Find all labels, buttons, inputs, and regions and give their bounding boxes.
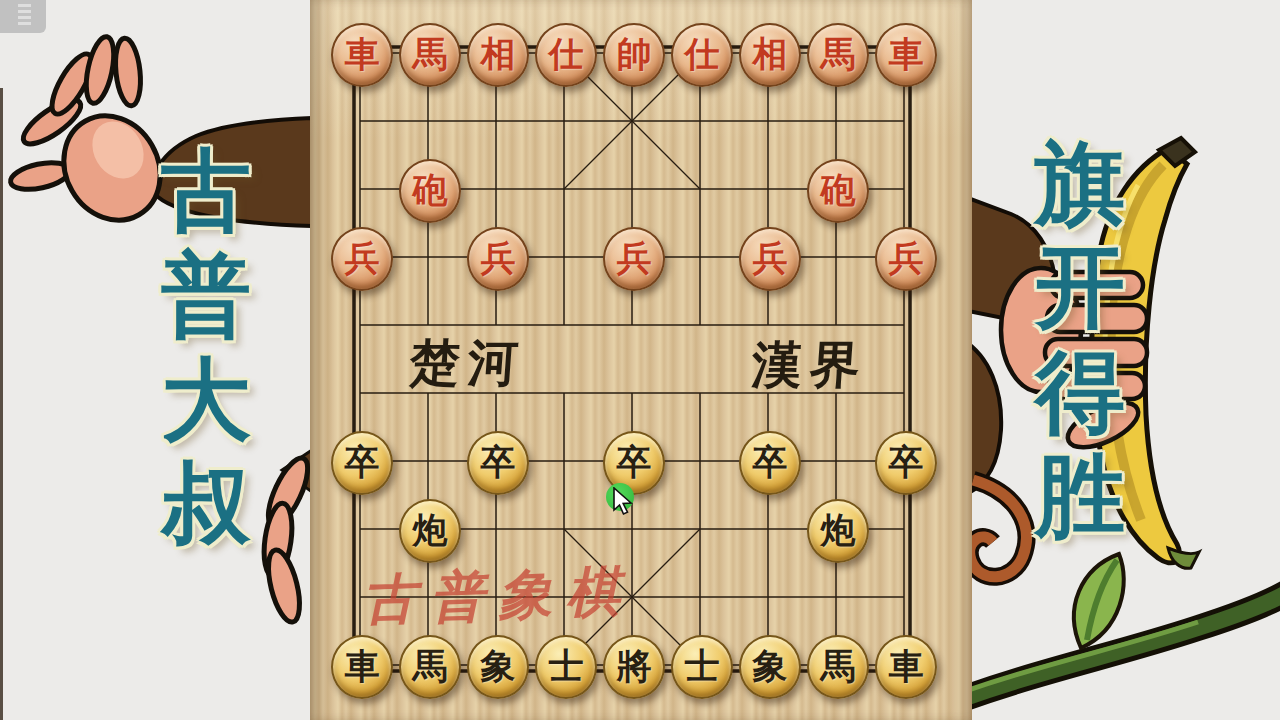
piece-glyph: 馬 — [821, 643, 856, 690]
app-window: 古 普 大 叔 旗 开 得 胜 楚河 漢界 古普象棋 車馬相仕帥仕相馬車砲砲兵兵… — [0, 0, 1280, 720]
river-label-han: 漢界 — [750, 332, 871, 399]
piece-black-advisor[interactable]: 士 — [535, 635, 597, 699]
piece-black-elephant[interactable]: 象 — [739, 635, 801, 699]
monkey-hand-open — [8, 34, 179, 238]
piece-glyph: 卒 — [617, 439, 652, 486]
piece-black-cannon[interactable]: 炮 — [807, 499, 869, 563]
piece-glyph: 兵 — [889, 235, 924, 282]
piece-red-advisor[interactable]: 仕 — [671, 23, 733, 87]
piece-black-soldier[interactable]: 卒 — [467, 431, 529, 495]
piece-red-soldier[interactable]: 兵 — [467, 227, 529, 291]
piece-glyph: 兵 — [481, 235, 516, 282]
piece-glyph: 兵 — [345, 235, 380, 282]
xiangqi-board[interactable]: 楚河 漢界 古普象棋 車馬相仕帥仕相馬車砲砲兵兵兵兵兵卒卒卒卒卒炮炮車馬象士將士… — [310, 0, 972, 720]
piece-red-horse[interactable]: 馬 — [399, 23, 461, 87]
monkey-arm-illustration — [0, 0, 312, 720]
left-decoration-panel — [0, 0, 312, 720]
piece-glyph: 馬 — [413, 31, 448, 78]
piece-glyph: 車 — [345, 31, 380, 78]
piece-black-soldier[interactable]: 卒 — [875, 431, 937, 495]
piece-black-elephant[interactable]: 象 — [467, 635, 529, 699]
piece-glyph: 帥 — [617, 31, 652, 78]
piece-red-cannon[interactable]: 砲 — [807, 159, 869, 223]
corner-watermark-box — [0, 0, 46, 33]
piece-glyph: 相 — [753, 31, 788, 78]
piece-glyph: 將 — [617, 643, 652, 690]
banana-tip — [1168, 548, 1199, 568]
piece-glyph: 車 — [345, 643, 380, 690]
piece-black-horse[interactable]: 馬 — [399, 635, 461, 699]
piece-red-advisor[interactable]: 仕 — [535, 23, 597, 87]
piece-black-cannon[interactable]: 炮 — [399, 499, 461, 563]
piece-red-soldier[interactable]: 兵 — [603, 227, 665, 291]
piece-glyph: 兵 — [753, 235, 788, 282]
piece-red-chariot[interactable]: 車 — [875, 23, 937, 87]
right-decoration-panel — [963, 0, 1280, 720]
board-watermark: 古普象棋 — [361, 555, 635, 637]
piece-glyph: 馬 — [413, 643, 448, 690]
piece-glyph: 車 — [889, 643, 924, 690]
piece-red-soldier[interactable]: 兵 — [739, 227, 801, 291]
piece-glyph: 馬 — [821, 31, 856, 78]
piece-red-soldier[interactable]: 兵 — [875, 227, 937, 291]
piece-red-elephant[interactable]: 相 — [739, 23, 801, 87]
piece-glyph: 炮 — [413, 507, 448, 554]
piece-glyph: 兵 — [617, 235, 652, 282]
piece-glyph: 士 — [685, 643, 720, 690]
piece-glyph: 卒 — [345, 439, 380, 486]
left-edge-strip — [0, 88, 3, 720]
piece-glyph: 卒 — [753, 439, 788, 486]
mouse-cursor — [612, 487, 638, 517]
piece-black-advisor[interactable]: 士 — [671, 635, 733, 699]
piece-glyph: 砲 — [413, 167, 448, 214]
piece-black-soldier[interactable]: 卒 — [739, 431, 801, 495]
piece-red-horse[interactable]: 馬 — [807, 23, 869, 87]
river-label-chu: 楚河 — [408, 330, 529, 397]
piece-black-chariot[interactable]: 車 — [331, 635, 393, 699]
piece-black-horse[interactable]: 馬 — [807, 635, 869, 699]
piece-glyph: 仕 — [685, 31, 720, 78]
piece-black-general[interactable]: 將 — [603, 635, 665, 699]
piece-black-chariot[interactable]: 車 — [875, 635, 937, 699]
piece-red-elephant[interactable]: 相 — [467, 23, 529, 87]
piece-glyph: 車 — [889, 31, 924, 78]
piece-black-soldier[interactable]: 卒 — [331, 431, 393, 495]
piece-glyph: 象 — [481, 643, 516, 690]
piece-red-chariot[interactable]: 車 — [331, 23, 393, 87]
piece-glyph: 仕 — [549, 31, 584, 78]
piece-glyph: 炮 — [821, 507, 856, 554]
monkey-arm — [141, 118, 312, 226]
piece-glyph: 象 — [753, 643, 788, 690]
piece-glyph: 砲 — [821, 167, 856, 214]
piece-glyph: 士 — [549, 643, 584, 690]
piece-glyph: 相 — [481, 31, 516, 78]
piece-glyph: 卒 — [889, 439, 924, 486]
monkey-fingers-lower — [260, 450, 312, 625]
monkey-banana-illustration — [963, 0, 1280, 720]
piece-red-soldier[interactable]: 兵 — [331, 227, 393, 291]
piece-red-general[interactable]: 帥 — [603, 23, 665, 87]
monkey-hand-grip — [1001, 268, 1147, 456]
piece-red-cannon[interactable]: 砲 — [399, 159, 461, 223]
piece-glyph: 卒 — [481, 439, 516, 486]
